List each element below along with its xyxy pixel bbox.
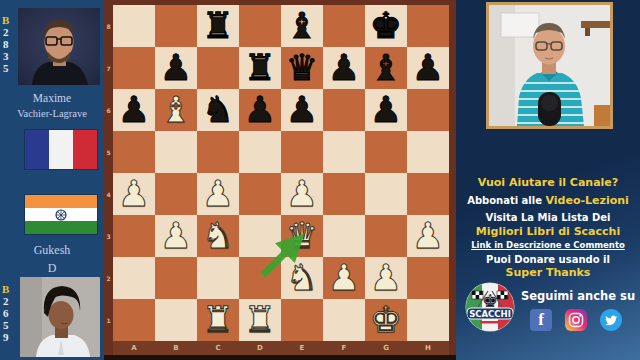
description-link[interactable]: Link in Descrizione e Commento	[456, 240, 640, 250]
square-e7[interactable]: ♛	[281, 47, 323, 89]
black-rating: 2659	[3, 295, 9, 343]
square-b6[interactable]: ♝	[155, 89, 197, 131]
rank-label-8: 8	[104, 5, 113, 47]
square-e1[interactable]	[281, 299, 323, 341]
square-c3[interactable]: ♞	[197, 215, 239, 257]
square-b2[interactable]	[155, 257, 197, 299]
video-lessons-link[interactable]: Video-Lezioni	[546, 194, 629, 207]
square-f1[interactable]	[323, 299, 365, 341]
black-player-last-name: D	[0, 261, 104, 276]
square-g8[interactable]: ♚	[365, 5, 407, 47]
square-e8[interactable]: ♝	[281, 5, 323, 47]
ashoka-chakra-icon	[54, 208, 68, 222]
square-c4[interactable]: ♟	[197, 173, 239, 215]
square-h7[interactable]: ♟	[407, 47, 449, 89]
square-b7[interactable]: ♟	[155, 47, 197, 89]
piece-white-pawn[interactable]: ♟	[412, 215, 444, 257]
channel-panel: Vuoi Aiutare il Canale? Abbonati alle Vi…	[456, 0, 640, 360]
piece-black-knight[interactable]: ♞	[202, 89, 234, 131]
follow-label: Seguimi anche su	[516, 289, 640, 303]
square-g6[interactable]: ♟	[365, 89, 407, 131]
square-b1[interactable]	[155, 299, 197, 341]
square-c7[interactable]	[197, 47, 239, 89]
piece-white-bishop[interactable]: ♝	[160, 89, 192, 131]
rank-label-1: 1	[104, 299, 113, 341]
square-h3[interactable]: ♟	[407, 215, 449, 257]
square-c6[interactable]: ♞	[197, 89, 239, 131]
square-e6[interactable]: ♟	[281, 89, 323, 131]
square-h1[interactable]	[407, 299, 449, 341]
piece-black-pawn[interactable]: ♟	[286, 89, 318, 131]
square-d5[interactable]	[239, 131, 281, 173]
square-d6[interactable]: ♟	[239, 89, 281, 131]
square-f4[interactable]	[323, 173, 365, 215]
square-d4[interactable]	[239, 173, 281, 215]
channel-logo: ♚ SCACCHI	[464, 281, 516, 333]
piece-white-queen[interactable]: ♛	[286, 215, 318, 257]
square-e5[interactable]	[281, 131, 323, 173]
square-f5[interactable]	[323, 131, 365, 173]
square-h2[interactable]	[407, 257, 449, 299]
white-player-last-name: Vachier-Lagrave	[0, 108, 104, 119]
square-a6[interactable]: ♟	[113, 89, 155, 131]
file-label-b: B	[155, 341, 197, 355]
square-h4[interactable]	[407, 173, 449, 215]
white-side-letter: B	[2, 14, 9, 26]
piece-black-king[interactable]: ♚	[370, 5, 402, 47]
piece-black-pawn[interactable]: ♟	[412, 47, 444, 89]
square-a1[interactable]	[113, 299, 155, 341]
logo-title: SCACCHI	[469, 309, 511, 319]
file-label-g: G	[365, 341, 407, 355]
board-grid: ♜♝♚♟♜♛♟♝♟♟♝♞♟♟♟♟♟♟♟♞♛♟♞♟♟♜♜♚	[113, 5, 449, 341]
square-a3[interactable]	[113, 215, 155, 257]
square-d2[interactable]	[239, 257, 281, 299]
square-a4[interactable]: ♟	[113, 173, 155, 215]
square-h5[interactable]	[407, 131, 449, 173]
file-label-f: F	[323, 341, 365, 355]
square-a7[interactable]	[113, 47, 155, 89]
square-g1[interactable]: ♚	[365, 299, 407, 341]
black-rating-vertical: B 2659	[2, 283, 9, 343]
piece-white-pawn[interactable]: ♟	[160, 215, 192, 257]
square-e2[interactable]: ♞	[281, 257, 323, 299]
piece-white-pawn[interactable]: ♟	[202, 173, 234, 215]
help-title: Vuoi Aiutare il Canale?	[456, 176, 640, 189]
piece-black-bishop[interactable]: ♝	[370, 47, 402, 89]
square-b3[interactable]: ♟	[155, 215, 197, 257]
piece-white-pawn[interactable]: ♟	[370, 257, 402, 299]
twitter-icon[interactable]	[600, 309, 622, 331]
square-c8[interactable]: ♜	[197, 5, 239, 47]
black-player-photo	[20, 277, 100, 357]
piece-white-pawn[interactable]: ♟	[118, 173, 150, 215]
france-flag	[25, 130, 97, 169]
commentator-webcam	[486, 2, 613, 129]
square-g7[interactable]: ♝	[365, 47, 407, 89]
commentator-illustration	[489, 5, 610, 126]
file-label-h: H	[407, 341, 449, 355]
file-label-a: A	[113, 341, 155, 355]
piece-white-king[interactable]: ♚	[370, 299, 402, 341]
piece-white-knight[interactable]: ♞	[286, 257, 318, 299]
square-d1[interactable]: ♜	[239, 299, 281, 341]
square-b4[interactable]	[155, 173, 197, 215]
piece-white-pawn[interactable]: ♟	[286, 173, 318, 215]
visit-line: Visita La Mia Lista Dei	[456, 212, 640, 223]
rank-label-7: 7	[104, 47, 113, 89]
gukesh-portrait-illustration	[20, 277, 100, 357]
piece-black-rook[interactable]: ♜	[244, 47, 276, 89]
mvl-portrait-illustration	[18, 8, 100, 85]
white-player-photo	[18, 8, 100, 85]
square-f7[interactable]: ♟	[323, 47, 365, 89]
superthanks-line: Super Thanks	[456, 266, 640, 279]
board-frame-bottom	[104, 355, 456, 360]
instagram-icon[interactable]	[565, 309, 587, 331]
square-a8[interactable]	[113, 5, 155, 47]
square-d7[interactable]: ♜	[239, 47, 281, 89]
square-g2[interactable]: ♟	[365, 257, 407, 299]
rank-label-3: 3	[104, 215, 113, 257]
black-side-letter: B	[2, 283, 9, 295]
rank-label-2: 2	[104, 257, 113, 299]
piece-black-bishop[interactable]: ♝	[286, 5, 318, 47]
file-label-e: E	[281, 341, 323, 355]
square-d3[interactable]	[239, 215, 281, 257]
players-sidebar: B 2835 Maxime Vachier-Lagrave	[0, 0, 104, 360]
square-f6[interactable]	[323, 89, 365, 131]
white-rating-vertical: B 2835	[2, 14, 9, 74]
square-e3[interactable]: ♛	[281, 215, 323, 257]
square-d8[interactable]	[239, 5, 281, 47]
piece-black-pawn[interactable]: ♟	[370, 89, 402, 131]
square-a5[interactable]	[113, 131, 155, 173]
piece-black-rook[interactable]: ♜	[202, 5, 234, 47]
rank-label-6: 6	[104, 89, 113, 131]
chess-board: 87654321 ♜♝♚♟♜♛♟♝♟♟♝♞♟♟♟♟♟♟♟♞♛♟♞♟♟♜♜♚ AB…	[104, 0, 456, 360]
square-f8[interactable]	[323, 5, 365, 47]
subscribe-text: Abbonati alle	[467, 195, 542, 206]
piece-white-rook[interactable]: ♜	[244, 299, 276, 341]
square-h6[interactable]	[407, 89, 449, 131]
donate-line: Puoi Donare usando il	[456, 254, 640, 265]
square-a2[interactable]	[113, 257, 155, 299]
piece-white-knight[interactable]: ♞	[202, 215, 234, 257]
piece-white-rook[interactable]: ♜	[202, 299, 234, 341]
square-g4[interactable]	[365, 173, 407, 215]
piece-black-pawn[interactable]: ♟	[328, 47, 360, 89]
india-flag	[25, 195, 97, 234]
piece-white-pawn[interactable]: ♟	[328, 257, 360, 299]
square-g5[interactable]	[365, 131, 407, 173]
square-b8[interactable]	[155, 5, 197, 47]
square-f3[interactable]	[323, 215, 365, 257]
books-line: Migliori Libri di Scacchi	[456, 225, 640, 238]
piece-black-queen[interactable]: ♛	[286, 47, 318, 89]
white-player-first-name: Maxime	[0, 92, 104, 104]
square-h8[interactable]	[407, 5, 449, 47]
white-rating: 2835	[3, 26, 9, 74]
file-labels: ABCDEFGH	[113, 341, 449, 355]
file-label-c: C	[197, 341, 239, 355]
square-c5[interactable]	[197, 131, 239, 173]
square-c1[interactable]: ♜	[197, 299, 239, 341]
piece-black-pawn[interactable]: ♟	[118, 89, 150, 131]
subscribe-line: Abbonati alle Video-Lezioni	[456, 194, 640, 207]
square-f2[interactable]: ♟	[323, 257, 365, 299]
piece-black-pawn[interactable]: ♟	[160, 47, 192, 89]
square-b5[interactable]	[155, 131, 197, 173]
file-label-d: D	[239, 341, 281, 355]
stream-frame: B 2835 Maxime Vachier-Lagrave	[0, 0, 640, 360]
piece-black-pawn[interactable]: ♟	[244, 89, 276, 131]
black-player-first-name: Gukesh	[0, 243, 104, 258]
facebook-icon[interactable]: f	[530, 309, 552, 331]
square-c2[interactable]	[197, 257, 239, 299]
rank-label-5: 5	[104, 131, 113, 173]
square-g3[interactable]	[365, 215, 407, 257]
rank-label-4: 4	[104, 173, 113, 215]
square-e4[interactable]: ♟	[281, 173, 323, 215]
rank-labels: 87654321	[104, 5, 113, 341]
